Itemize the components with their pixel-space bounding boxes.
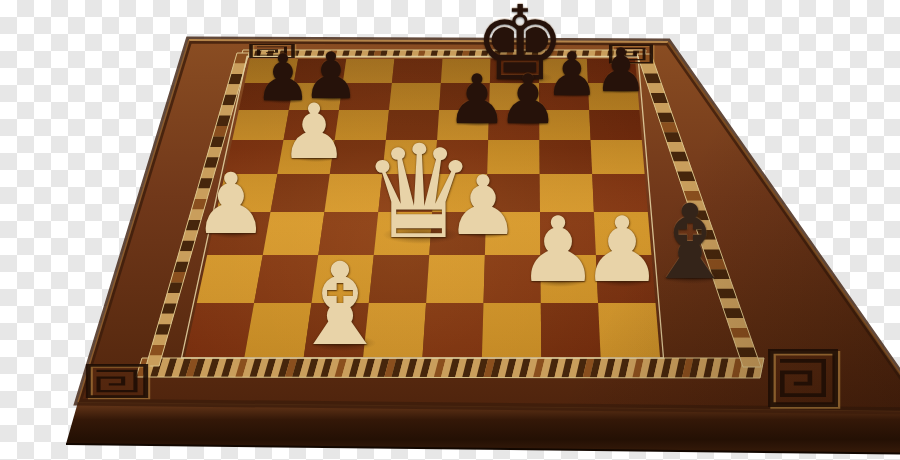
piece-black-pawn-h7[interactable]: ♟ bbox=[594, 40, 648, 100]
piece-white-pawn-a3[interactable]: ♟ bbox=[193, 162, 268, 246]
piece-white-pawn-b5[interactable]: ♟ bbox=[280, 94, 348, 170]
piece-black-pawn-f6[interactable]: ♟ bbox=[498, 66, 559, 134]
piece-white-bishop-c1[interactable]: ♝ bbox=[289, 248, 391, 362]
piece-white-pawn-h2[interactable]: ♟ bbox=[582, 205, 663, 295]
chess-scene: ♚♟♟♟♟♟♟♟♛♟♟♟♟♝♝ bbox=[0, 0, 900, 460]
